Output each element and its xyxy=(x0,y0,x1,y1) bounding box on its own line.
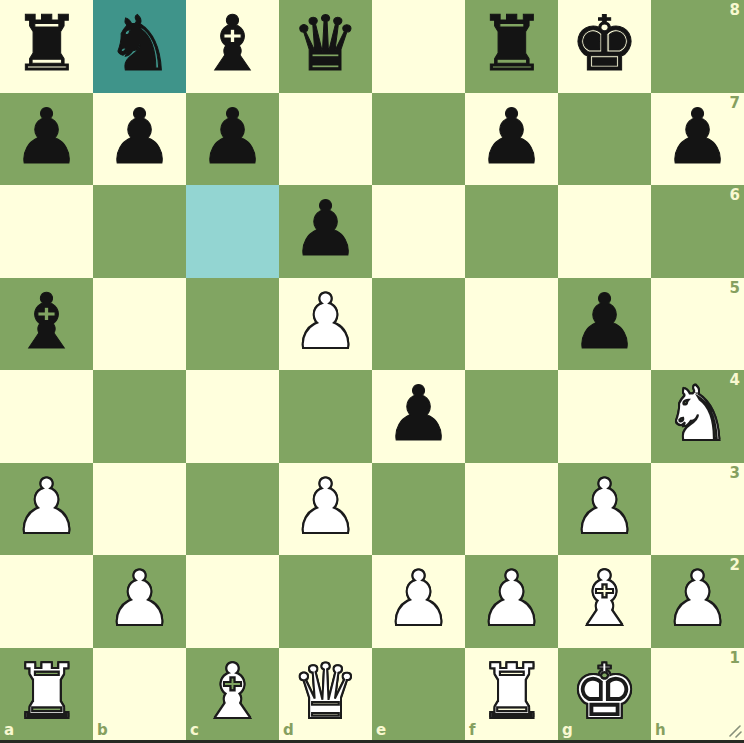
piece-white-bishop[interactable]: ♝ xyxy=(570,561,638,637)
piece-black-pawn[interactable]: ♟ xyxy=(291,191,359,267)
square-a7[interactable]: ♟ xyxy=(0,93,93,186)
square-b2[interactable]: ♟ xyxy=(93,555,186,648)
square-a3[interactable]: ♟ xyxy=(0,463,93,556)
rank-label-8: 8 xyxy=(730,3,740,18)
square-f8[interactable]: ♜ xyxy=(465,0,558,93)
square-e6[interactable] xyxy=(372,185,465,278)
square-g2[interactable]: ♝ xyxy=(558,555,651,648)
rank-label-6: 6 xyxy=(730,188,740,203)
square-d3[interactable]: ♟ xyxy=(279,463,372,556)
square-b1[interactable]: b xyxy=(93,648,186,741)
piece-white-queen[interactable]: ♛ xyxy=(291,654,359,730)
piece-white-pawn[interactable]: ♟ xyxy=(105,561,173,637)
square-g3[interactable]: ♟ xyxy=(558,463,651,556)
square-a6[interactable] xyxy=(0,185,93,278)
square-h2[interactable]: ♟2 xyxy=(651,555,744,648)
square-g4[interactable] xyxy=(558,370,651,463)
square-c5[interactable] xyxy=(186,278,279,371)
piece-black-pawn[interactable]: ♟ xyxy=(384,376,452,452)
piece-white-knight[interactable]: ♞ xyxy=(663,376,731,452)
square-a8[interactable]: ♜ xyxy=(0,0,93,93)
piece-black-knight[interactable]: ♞ xyxy=(105,6,173,82)
square-h6[interactable]: 6 xyxy=(651,185,744,278)
piece-white-pawn[interactable]: ♟ xyxy=(477,561,545,637)
square-g5[interactable]: ♟ xyxy=(558,278,651,371)
square-c8[interactable]: ♝ xyxy=(186,0,279,93)
square-e3[interactable] xyxy=(372,463,465,556)
piece-black-rook[interactable]: ♜ xyxy=(12,6,80,82)
file-label-e: e xyxy=(376,723,386,738)
file-label-b: b xyxy=(97,723,108,738)
piece-white-king[interactable]: ♚ xyxy=(570,654,638,730)
square-a1[interactable]: ♜a xyxy=(0,648,93,741)
square-b6[interactable] xyxy=(93,185,186,278)
square-e2[interactable]: ♟ xyxy=(372,555,465,648)
file-label-h: h xyxy=(655,723,666,738)
square-b3[interactable] xyxy=(93,463,186,556)
square-f4[interactable] xyxy=(465,370,558,463)
square-e1[interactable]: e xyxy=(372,648,465,741)
piece-black-pawn[interactable]: ♟ xyxy=(198,99,266,175)
square-h8[interactable]: 8 xyxy=(651,0,744,93)
piece-black-bishop[interactable]: ♝ xyxy=(198,6,266,82)
square-h7[interactable]: ♟7 xyxy=(651,93,744,186)
square-a2[interactable] xyxy=(0,555,93,648)
square-c6[interactable] xyxy=(186,185,279,278)
piece-white-rook[interactable]: ♜ xyxy=(477,654,545,730)
square-c7[interactable]: ♟ xyxy=(186,93,279,186)
square-e7[interactable] xyxy=(372,93,465,186)
square-d7[interactable] xyxy=(279,93,372,186)
rank-label-1: 1 xyxy=(730,651,740,666)
square-d5[interactable]: ♟ xyxy=(279,278,372,371)
square-d8[interactable]: ♛ xyxy=(279,0,372,93)
piece-white-pawn[interactable]: ♟ xyxy=(12,469,80,545)
square-h4[interactable]: ♞4 xyxy=(651,370,744,463)
square-f5[interactable] xyxy=(465,278,558,371)
square-d2[interactable] xyxy=(279,555,372,648)
square-g6[interactable] xyxy=(558,185,651,278)
square-f6[interactable] xyxy=(465,185,558,278)
board-resize-handle[interactable] xyxy=(727,723,743,739)
square-g7[interactable] xyxy=(558,93,651,186)
piece-white-pawn[interactable]: ♟ xyxy=(384,561,452,637)
piece-black-bishop[interactable]: ♝ xyxy=(12,284,80,360)
square-b4[interactable] xyxy=(93,370,186,463)
square-c4[interactable] xyxy=(186,370,279,463)
file-label-f: f xyxy=(469,723,476,738)
piece-white-pawn[interactable]: ♟ xyxy=(663,561,731,637)
piece-white-rook[interactable]: ♜ xyxy=(12,654,80,730)
square-a5[interactable]: ♝ xyxy=(0,278,93,371)
square-b8[interactable]: ♞ xyxy=(93,0,186,93)
square-f3[interactable] xyxy=(465,463,558,556)
square-f7[interactable]: ♟ xyxy=(465,93,558,186)
square-f2[interactable]: ♟ xyxy=(465,555,558,648)
piece-black-pawn[interactable]: ♟ xyxy=(105,99,173,175)
piece-white-bishop[interactable]: ♝ xyxy=(198,654,266,730)
piece-white-pawn[interactable]: ♟ xyxy=(570,469,638,545)
square-g8[interactable]: ♚ xyxy=(558,0,651,93)
piece-black-rook[interactable]: ♜ xyxy=(477,6,545,82)
square-a4[interactable] xyxy=(0,370,93,463)
square-h3[interactable]: 3 xyxy=(651,463,744,556)
piece-white-pawn[interactable]: ♟ xyxy=(291,469,359,545)
page: ♜♞♝♛♜♚8♟♟♟♟♟7♟6♝♟♟5♟♞4♟♟♟3♟♟♟♝♟2♜ab♝c♛de… xyxy=(0,0,744,743)
chess-board: ♜♞♝♛♜♚8♟♟♟♟♟7♟6♝♟♟5♟♞4♟♟♟3♟♟♟♝♟2♜ab♝c♛de… xyxy=(0,0,744,740)
square-h5[interactable]: 5 xyxy=(651,278,744,371)
piece-black-pawn[interactable]: ♟ xyxy=(477,99,545,175)
square-f1[interactable]: ♜f xyxy=(465,648,558,741)
square-b5[interactable] xyxy=(93,278,186,371)
square-c3[interactable] xyxy=(186,463,279,556)
square-b7[interactable]: ♟ xyxy=(93,93,186,186)
piece-black-pawn[interactable]: ♟ xyxy=(570,284,638,360)
square-d4[interactable] xyxy=(279,370,372,463)
square-g1[interactable]: ♚g xyxy=(558,648,651,741)
piece-black-pawn[interactable]: ♟ xyxy=(12,99,80,175)
square-e4[interactable]: ♟ xyxy=(372,370,465,463)
piece-black-king[interactable]: ♚ xyxy=(570,6,638,82)
square-d1[interactable]: ♛d xyxy=(279,648,372,741)
square-c1[interactable]: ♝c xyxy=(186,648,279,741)
square-e8[interactable] xyxy=(372,0,465,93)
square-e5[interactable] xyxy=(372,278,465,371)
rank-label-5: 5 xyxy=(730,281,740,296)
piece-black-pawn[interactable]: ♟ xyxy=(663,99,731,175)
rank-label-3: 3 xyxy=(730,466,740,481)
piece-black-queen[interactable]: ♛ xyxy=(291,6,359,82)
piece-white-pawn[interactable]: ♟ xyxy=(291,284,359,360)
square-d6[interactable]: ♟ xyxy=(279,185,372,278)
square-c2[interactable] xyxy=(186,555,279,648)
